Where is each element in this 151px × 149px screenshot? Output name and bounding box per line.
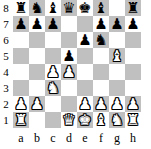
square-h4[interactable] xyxy=(125,64,141,80)
square-g8[interactable] xyxy=(109,0,125,16)
white-knight-g1[interactable]: ♞ xyxy=(110,112,123,128)
black-rook-a8[interactable]: ♜ xyxy=(14,0,27,16)
white-pawn-f2[interactable]: ♟ xyxy=(94,96,107,112)
file-label-h: h xyxy=(125,128,141,149)
square-c8[interactable]: ♝ xyxy=(45,0,61,16)
square-e3[interactable] xyxy=(77,80,93,96)
square-f6[interactable]: ♞ xyxy=(93,32,109,48)
square-a4[interactable] xyxy=(13,64,29,80)
square-d6[interactable] xyxy=(61,32,77,48)
white-bishop-f1[interactable]: ♝ xyxy=(94,112,107,128)
square-e5[interactable] xyxy=(77,48,93,64)
square-h8[interactable]: ♜ xyxy=(125,0,141,16)
square-h6[interactable] xyxy=(125,32,141,48)
black-king-e8[interactable]: ♚ xyxy=(78,0,91,16)
square-g5[interactable]: ♝ xyxy=(109,48,125,64)
square-f4[interactable] xyxy=(93,64,109,80)
square-b5[interactable] xyxy=(29,48,45,64)
square-c4[interactable]: ♟ xyxy=(45,64,61,80)
file-label-d: d xyxy=(61,128,77,149)
square-c1[interactable] xyxy=(45,112,61,128)
square-f3[interactable] xyxy=(93,80,109,96)
black-pawn-g7[interactable]: ♟ xyxy=(110,16,123,32)
rank-label-2: 2 xyxy=(0,96,12,112)
square-f1[interactable]: ♝ xyxy=(93,112,109,128)
black-knight-f6[interactable]: ♞ xyxy=(94,32,107,48)
square-d5[interactable]: ♟ xyxy=(61,48,77,64)
square-e1[interactable]: ♚ xyxy=(77,112,93,128)
square-b8[interactable]: ♞ xyxy=(29,0,45,16)
white-rook-a1[interactable]: ♜ xyxy=(14,112,27,128)
white-pawn-b2[interactable]: ♟ xyxy=(30,96,43,112)
square-d1[interactable]: ♛ xyxy=(61,112,77,128)
square-a3[interactable] xyxy=(13,80,29,96)
square-h1[interactable]: ♜ xyxy=(125,112,141,128)
square-e2[interactable]: ♟ xyxy=(77,96,93,112)
square-c7[interactable]: ♟ xyxy=(45,16,61,32)
square-b6[interactable] xyxy=(29,32,45,48)
white-bishop-g5[interactable]: ♝ xyxy=(110,48,123,64)
square-f2[interactable]: ♟ xyxy=(93,96,109,112)
black-pawn-c7[interactable]: ♟ xyxy=(46,16,59,32)
square-g1[interactable]: ♞ xyxy=(109,112,125,128)
rank-label-7: 7 xyxy=(0,16,12,32)
rank-label-5: 5 xyxy=(0,48,12,64)
rank-label-4: 4 xyxy=(0,64,12,80)
square-c5[interactable] xyxy=(45,48,61,64)
black-bishop-f8[interactable]: ♝ xyxy=(94,0,107,16)
black-pawn-b7[interactable]: ♟ xyxy=(30,16,43,32)
square-h7[interactable]: ♟ xyxy=(125,16,141,32)
rank-label-8: 8 xyxy=(0,0,12,16)
square-g7[interactable]: ♟ xyxy=(109,16,125,32)
square-e4[interactable] xyxy=(77,64,93,80)
square-a5[interactable] xyxy=(13,48,29,64)
square-b2[interactable]: ♟ xyxy=(29,96,45,112)
white-pawn-c4[interactable]: ♟ xyxy=(46,64,59,80)
file-label-b: b xyxy=(29,128,45,149)
black-pawn-h7[interactable]: ♟ xyxy=(126,16,139,32)
square-a7[interactable]: ♟ xyxy=(13,16,29,32)
square-h3[interactable] xyxy=(125,80,141,96)
square-a8[interactable]: ♜ xyxy=(13,0,29,16)
white-pawn-a2[interactable]: ♟ xyxy=(14,96,27,112)
square-d4[interactable]: ♟ xyxy=(61,64,77,80)
square-e6[interactable]: ♟ xyxy=(77,32,93,48)
white-pawn-g2[interactable]: ♟ xyxy=(110,96,123,112)
square-a6[interactable] xyxy=(13,32,29,48)
square-b3[interactable] xyxy=(29,80,45,96)
black-rook-h8[interactable]: ♜ xyxy=(126,0,139,16)
rank-label-3: 3 xyxy=(0,80,12,96)
square-d2[interactable] xyxy=(61,96,77,112)
square-g4[interactable] xyxy=(109,64,125,80)
rank-label-6: 6 xyxy=(0,32,12,48)
white-knight-c3[interactable]: ♞ xyxy=(46,80,59,96)
square-b4[interactable] xyxy=(29,64,45,80)
square-b1[interactable] xyxy=(29,112,45,128)
black-queen-d8[interactable]: ♛ xyxy=(62,0,75,16)
rank-label-1: 1 xyxy=(0,112,12,128)
white-pawn-d4[interactable]: ♟ xyxy=(62,64,75,80)
file-label-e: e xyxy=(77,128,93,149)
square-c3[interactable]: ♞ xyxy=(45,80,61,96)
square-d8[interactable]: ♛ xyxy=(61,0,77,16)
square-d3[interactable] xyxy=(61,80,77,96)
black-bishop-c8[interactable]: ♝ xyxy=(46,0,59,16)
file-label-g: g xyxy=(109,128,125,149)
file-label-a: a xyxy=(13,128,29,149)
black-pawn-a7[interactable]: ♟ xyxy=(14,16,27,32)
white-pawn-e2[interactable]: ♟ xyxy=(78,96,91,112)
square-f8[interactable]: ♝ xyxy=(93,0,109,16)
square-d7[interactable] xyxy=(61,16,77,32)
white-pawn-h2[interactable]: ♟ xyxy=(126,96,139,112)
square-g2[interactable]: ♟ xyxy=(109,96,125,112)
square-c6[interactable] xyxy=(45,32,61,48)
square-e8[interactable]: ♚ xyxy=(77,0,93,16)
black-pawn-f7[interactable]: ♟ xyxy=(94,16,107,32)
square-g3[interactable] xyxy=(109,80,125,96)
square-c2[interactable] xyxy=(45,96,61,112)
square-g6[interactable] xyxy=(109,32,125,48)
square-f7[interactable]: ♟ xyxy=(93,16,109,32)
square-b7[interactable]: ♟ xyxy=(29,16,45,32)
chess-diagram: 87654321 ♜♞♝♛♚♝♜♟♟♟♟♟♟♟♞♟♝♟♟♞♟♟♟♟♟♟♜♛♚♝♞… xyxy=(0,0,151,149)
square-f5[interactable] xyxy=(93,48,109,64)
black-pawn-d5[interactable]: ♟ xyxy=(62,48,75,64)
file-label-f: f xyxy=(93,128,109,149)
white-king-e1[interactable]: ♚ xyxy=(78,112,91,128)
white-queen-d1[interactable]: ♛ xyxy=(62,112,75,128)
file-label-c: c xyxy=(45,128,61,149)
chess-board: ♜♞♝♛♚♝♜♟♟♟♟♟♟♟♞♟♝♟♟♞♟♟♟♟♟♟♜♛♚♝♞♜ xyxy=(13,0,141,128)
black-knight-b8[interactable]: ♞ xyxy=(30,0,43,16)
square-h2[interactable]: ♟ xyxy=(125,96,141,112)
black-pawn-e6[interactable]: ♟ xyxy=(78,32,91,48)
square-a1[interactable]: ♜ xyxy=(13,112,29,128)
square-e7[interactable] xyxy=(77,16,93,32)
square-h5[interactable] xyxy=(125,48,141,64)
square-a2[interactable]: ♟ xyxy=(13,96,29,112)
white-rook-h1[interactable]: ♜ xyxy=(126,112,139,128)
